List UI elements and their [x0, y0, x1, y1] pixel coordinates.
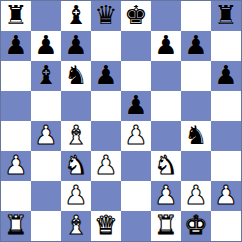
square-e6[interactable]	[121, 61, 151, 91]
black-pawn-icon[interactable]: ♟	[214, 62, 237, 88]
white-pawn-icon[interactable]: ♟	[94, 152, 117, 178]
square-c8[interactable]: ♝	[61, 1, 91, 31]
square-a4[interactable]	[1, 121, 31, 151]
square-g4[interactable]: ♞	[181, 121, 211, 151]
square-g2[interactable]: ♟	[181, 181, 211, 211]
white-pawn-icon[interactable]: ♟	[214, 182, 237, 208]
black-rook-icon[interactable]: ♜	[4, 2, 27, 28]
black-pawn-icon[interactable]: ♟	[184, 32, 207, 58]
square-a6[interactable]	[1, 61, 31, 91]
square-e5[interactable]: ♟	[121, 91, 151, 121]
square-a3[interactable]: ♟	[1, 151, 31, 181]
white-pawn-icon[interactable]: ♟	[4, 152, 27, 178]
black-pawn-icon[interactable]: ♟	[154, 32, 177, 58]
square-d4[interactable]	[91, 121, 121, 151]
square-b4[interactable]: ♟	[31, 121, 61, 151]
square-g1[interactable]: ♚	[181, 211, 211, 241]
square-e7[interactable]	[121, 31, 151, 61]
white-queen-icon[interactable]: ♛	[94, 212, 117, 238]
square-g6[interactable]	[181, 61, 211, 91]
black-bishop-icon[interactable]: ♝	[64, 2, 87, 28]
square-b2[interactable]	[31, 181, 61, 211]
square-a2[interactable]	[1, 181, 31, 211]
square-f7[interactable]: ♟	[151, 31, 181, 61]
square-f2[interactable]: ♟	[151, 181, 181, 211]
square-h1[interactable]	[211, 211, 241, 241]
square-f1[interactable]: ♜	[151, 211, 181, 241]
white-pawn-icon[interactable]: ♟	[124, 122, 147, 148]
square-d7[interactable]	[91, 31, 121, 61]
black-queen-icon[interactable]: ♛	[94, 2, 117, 28]
square-d1[interactable]: ♛	[91, 211, 121, 241]
black-knight-icon[interactable]: ♞	[184, 122, 207, 148]
square-e4[interactable]: ♟	[121, 121, 151, 151]
white-bishop-icon[interactable]: ♝	[64, 212, 87, 238]
black-pawn-icon[interactable]: ♟	[64, 32, 87, 58]
black-king-icon[interactable]: ♚	[124, 2, 147, 28]
square-e2[interactable]	[121, 181, 151, 211]
square-h8[interactable]: ♜	[211, 1, 241, 31]
square-f4[interactable]	[151, 121, 181, 151]
square-g5[interactable]	[181, 91, 211, 121]
square-h5[interactable]	[211, 91, 241, 121]
white-knight-icon[interactable]: ♞	[154, 152, 177, 178]
square-h2[interactable]: ♟	[211, 181, 241, 211]
square-c6[interactable]: ♞	[61, 61, 91, 91]
white-king-icon[interactable]: ♚	[184, 212, 207, 238]
square-g7[interactable]: ♟	[181, 31, 211, 61]
square-d6[interactable]: ♟	[91, 61, 121, 91]
square-b8[interactable]	[31, 1, 61, 31]
white-pawn-icon[interactable]: ♟	[64, 182, 87, 208]
white-bishop-icon[interactable]: ♝	[64, 122, 87, 148]
square-e3[interactable]	[121, 151, 151, 181]
black-rook-icon[interactable]: ♜	[214, 2, 237, 28]
square-c2[interactable]: ♟	[61, 181, 91, 211]
square-b7[interactable]: ♟	[31, 31, 61, 61]
square-b5[interactable]	[31, 91, 61, 121]
square-f5[interactable]	[151, 91, 181, 121]
white-rook-icon[interactable]: ♜	[154, 212, 177, 238]
square-e1[interactable]	[121, 211, 151, 241]
square-d8[interactable]: ♛	[91, 1, 121, 31]
square-e8[interactable]: ♚	[121, 1, 151, 31]
black-knight-icon[interactable]: ♞	[64, 62, 87, 88]
square-c1[interactable]: ♝	[61, 211, 91, 241]
square-a5[interactable]	[1, 91, 31, 121]
square-g3[interactable]	[181, 151, 211, 181]
square-f3[interactable]: ♞	[151, 151, 181, 181]
square-d2[interactable]	[91, 181, 121, 211]
square-h7[interactable]	[211, 31, 241, 61]
square-h4[interactable]	[211, 121, 241, 151]
square-c7[interactable]: ♟	[61, 31, 91, 61]
square-h6[interactable]: ♟	[211, 61, 241, 91]
square-a8[interactable]: ♜	[1, 1, 31, 31]
black-pawn-icon[interactable]: ♟	[94, 62, 117, 88]
black-pawn-icon[interactable]: ♟	[4, 32, 27, 58]
white-pawn-icon[interactable]: ♟	[34, 122, 57, 148]
square-c4[interactable]: ♝	[61, 121, 91, 151]
square-g8[interactable]	[181, 1, 211, 31]
black-bishop-icon[interactable]: ♝	[34, 62, 57, 88]
square-b1[interactable]	[31, 211, 61, 241]
white-knight-icon[interactable]: ♞	[64, 152, 87, 178]
white-pawn-icon[interactable]: ♟	[184, 182, 207, 208]
square-b6[interactable]: ♝	[31, 61, 61, 91]
square-a1[interactable]: ♜	[1, 211, 31, 241]
square-h3[interactable]	[211, 151, 241, 181]
black-pawn-icon[interactable]: ♟	[34, 32, 57, 58]
square-d3[interactable]: ♟	[91, 151, 121, 181]
square-f6[interactable]	[151, 61, 181, 91]
chess-board: ♜♝♛♚♜♟♟♟♟♟♝♞♟♟♟♟♝♟♞♟♞♟♞♟♟♟♟♜♝♛♜♚	[0, 0, 242, 242]
square-a7[interactable]: ♟	[1, 31, 31, 61]
white-rook-icon[interactable]: ♜	[4, 212, 27, 238]
square-b3[interactable]	[31, 151, 61, 181]
square-f8[interactable]	[151, 1, 181, 31]
black-pawn-icon[interactable]: ♟	[124, 92, 147, 118]
white-pawn-icon[interactable]: ♟	[154, 182, 177, 208]
square-c3[interactable]: ♞	[61, 151, 91, 181]
square-c5[interactable]	[61, 91, 91, 121]
square-d5[interactable]	[91, 91, 121, 121]
